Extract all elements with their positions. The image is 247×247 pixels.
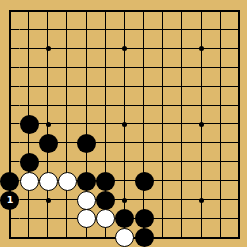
intersection[interactable] bbox=[115, 134, 134, 153]
intersection[interactable] bbox=[20, 134, 39, 153]
intersection[interactable] bbox=[115, 58, 134, 77]
go-board: 1 bbox=[0, 0, 247, 247]
white-stone bbox=[115, 228, 134, 247]
intersection[interactable] bbox=[154, 20, 173, 39]
intersection[interactable] bbox=[96, 172, 115, 191]
intersection[interactable] bbox=[115, 77, 134, 96]
intersection[interactable] bbox=[58, 134, 77, 153]
intersection[interactable] bbox=[0, 153, 19, 172]
hoshi-point bbox=[199, 46, 204, 51]
intersection[interactable] bbox=[211, 210, 230, 229]
intersection[interactable] bbox=[192, 115, 211, 134]
intersection[interactable] bbox=[77, 228, 96, 247]
intersection[interactable] bbox=[135, 39, 154, 58]
intersection[interactable] bbox=[0, 172, 19, 191]
intersection[interactable] bbox=[230, 39, 247, 58]
intersection[interactable] bbox=[115, 172, 134, 191]
intersection[interactable] bbox=[173, 228, 192, 247]
intersection[interactable] bbox=[96, 2, 115, 21]
white-stone bbox=[39, 172, 58, 191]
white-stone bbox=[77, 209, 96, 228]
intersection[interactable] bbox=[0, 2, 19, 21]
intersection[interactable] bbox=[173, 96, 192, 115]
intersection[interactable] bbox=[96, 39, 115, 58]
intersection[interactable] bbox=[154, 210, 173, 229]
intersection[interactable] bbox=[173, 134, 192, 153]
intersection[interactable] bbox=[96, 191, 115, 210]
intersection[interactable] bbox=[211, 153, 230, 172]
move-number-label: 1 bbox=[7, 195, 14, 205]
intersection[interactable] bbox=[77, 96, 96, 115]
white-stone bbox=[77, 191, 96, 210]
intersection[interactable] bbox=[96, 115, 115, 134]
intersection[interactable] bbox=[115, 153, 134, 172]
intersection[interactable] bbox=[154, 58, 173, 77]
black-stone bbox=[135, 209, 154, 228]
white-stone bbox=[58, 172, 77, 191]
intersection[interactable] bbox=[135, 191, 154, 210]
intersection[interactable] bbox=[154, 2, 173, 21]
intersection[interactable] bbox=[211, 96, 230, 115]
intersection[interactable] bbox=[173, 172, 192, 191]
intersection[interactable] bbox=[173, 39, 192, 58]
intersection[interactable] bbox=[20, 210, 39, 229]
intersection[interactable] bbox=[173, 20, 192, 39]
intersection[interactable] bbox=[39, 77, 58, 96]
intersection[interactable] bbox=[173, 2, 192, 21]
intersection[interactable] bbox=[58, 2, 77, 21]
intersection[interactable] bbox=[192, 96, 211, 115]
intersection[interactable] bbox=[77, 191, 96, 210]
intersection[interactable] bbox=[230, 134, 247, 153]
intersection[interactable] bbox=[58, 191, 77, 210]
intersection[interactable] bbox=[230, 210, 247, 229]
intersection[interactable] bbox=[115, 96, 134, 115]
black-stone bbox=[115, 209, 134, 228]
intersection[interactable] bbox=[115, 191, 134, 210]
intersection[interactable] bbox=[77, 77, 96, 96]
intersection[interactable] bbox=[192, 172, 211, 191]
intersection[interactable] bbox=[0, 228, 19, 247]
intersection[interactable] bbox=[77, 115, 96, 134]
intersection[interactable] bbox=[211, 39, 230, 58]
intersection[interactable] bbox=[154, 172, 173, 191]
intersection[interactable] bbox=[20, 228, 39, 247]
intersection[interactable] bbox=[230, 77, 247, 96]
intersection[interactable] bbox=[135, 228, 154, 247]
intersection[interactable] bbox=[77, 210, 96, 229]
intersection[interactable] bbox=[77, 153, 96, 172]
intersection[interactable] bbox=[20, 191, 39, 210]
hoshi-point bbox=[122, 198, 127, 203]
intersection[interactable] bbox=[192, 153, 211, 172]
intersection[interactable] bbox=[154, 134, 173, 153]
intersection[interactable] bbox=[58, 96, 77, 115]
intersection[interactable] bbox=[96, 134, 115, 153]
hoshi-point bbox=[199, 122, 204, 127]
black-stone: 1 bbox=[0, 191, 19, 210]
white-stone bbox=[20, 172, 39, 191]
intersection[interactable] bbox=[154, 228, 173, 247]
white-stone bbox=[96, 209, 115, 228]
intersection[interactable] bbox=[230, 228, 247, 247]
intersection[interactable] bbox=[135, 115, 154, 134]
intersection[interactable] bbox=[39, 153, 58, 172]
hoshi-point bbox=[46, 122, 51, 127]
intersection[interactable] bbox=[96, 210, 115, 229]
black-stone bbox=[135, 228, 154, 247]
intersection[interactable] bbox=[77, 20, 96, 39]
intersection[interactable] bbox=[192, 58, 211, 77]
intersection[interactable] bbox=[96, 77, 115, 96]
board-grid: 1 bbox=[0, 2, 247, 247]
intersection[interactable] bbox=[211, 2, 230, 21]
intersection[interactable] bbox=[115, 115, 134, 134]
intersection[interactable] bbox=[230, 191, 247, 210]
intersection[interactable] bbox=[0, 96, 19, 115]
intersection[interactable] bbox=[115, 2, 134, 21]
intersection[interactable] bbox=[39, 96, 58, 115]
intersection[interactable] bbox=[211, 20, 230, 39]
intersection[interactable] bbox=[58, 153, 77, 172]
intersection[interactable] bbox=[58, 115, 77, 134]
intersection[interactable] bbox=[0, 77, 19, 96]
intersection[interactable] bbox=[211, 77, 230, 96]
black-stone bbox=[39, 134, 58, 153]
intersection[interactable] bbox=[39, 134, 58, 153]
intersection[interactable] bbox=[20, 172, 39, 191]
intersection[interactable] bbox=[192, 77, 211, 96]
intersection[interactable] bbox=[173, 58, 192, 77]
black-stone bbox=[77, 172, 96, 191]
black-stone bbox=[20, 153, 39, 172]
intersection[interactable] bbox=[173, 210, 192, 229]
black-stone bbox=[96, 191, 115, 210]
intersection[interactable] bbox=[115, 210, 134, 229]
intersection[interactable] bbox=[230, 2, 247, 21]
intersection[interactable] bbox=[39, 191, 58, 210]
intersection[interactable] bbox=[58, 228, 77, 247]
intersection[interactable] bbox=[0, 20, 19, 39]
intersection[interactable] bbox=[39, 115, 58, 134]
intersection[interactable] bbox=[58, 172, 77, 191]
intersection[interactable] bbox=[115, 20, 134, 39]
intersection[interactable] bbox=[20, 39, 39, 58]
intersection[interactable] bbox=[211, 191, 230, 210]
intersection[interactable] bbox=[77, 58, 96, 77]
intersection[interactable] bbox=[58, 58, 77, 77]
intersection[interactable] bbox=[192, 2, 211, 21]
intersection[interactable] bbox=[20, 20, 39, 39]
intersection[interactable] bbox=[230, 58, 247, 77]
intersection[interactable] bbox=[173, 153, 192, 172]
intersection[interactable] bbox=[211, 58, 230, 77]
intersection[interactable] bbox=[230, 172, 247, 191]
intersection[interactable] bbox=[211, 115, 230, 134]
intersection[interactable] bbox=[211, 172, 230, 191]
hoshi-point bbox=[46, 46, 51, 51]
black-stone bbox=[135, 172, 154, 191]
intersection[interactable] bbox=[154, 191, 173, 210]
intersection[interactable] bbox=[39, 2, 58, 21]
intersection[interactable] bbox=[192, 228, 211, 247]
intersection[interactable]: 1 bbox=[0, 191, 19, 210]
intersection[interactable] bbox=[77, 2, 96, 21]
intersection[interactable] bbox=[173, 191, 192, 210]
intersection[interactable] bbox=[77, 172, 96, 191]
intersection[interactable] bbox=[154, 96, 173, 115]
intersection[interactable] bbox=[20, 153, 39, 172]
intersection[interactable] bbox=[20, 115, 39, 134]
intersection[interactable] bbox=[135, 77, 154, 96]
intersection[interactable] bbox=[96, 228, 115, 247]
intersection[interactable] bbox=[135, 96, 154, 115]
intersection[interactable] bbox=[39, 58, 58, 77]
intersection[interactable] bbox=[135, 153, 154, 172]
intersection[interactable] bbox=[154, 39, 173, 58]
intersection[interactable] bbox=[58, 39, 77, 58]
intersection[interactable] bbox=[20, 2, 39, 21]
black-stone bbox=[96, 172, 115, 191]
hoshi-point bbox=[122, 122, 127, 127]
hoshi-point bbox=[199, 198, 204, 203]
intersection[interactable] bbox=[192, 134, 211, 153]
intersection[interactable] bbox=[211, 134, 230, 153]
intersection[interactable] bbox=[39, 228, 58, 247]
intersection[interactable] bbox=[0, 134, 19, 153]
intersection[interactable] bbox=[0, 115, 19, 134]
intersection[interactable] bbox=[96, 153, 115, 172]
hoshi-point bbox=[46, 198, 51, 203]
intersection[interactable] bbox=[39, 210, 58, 229]
intersection[interactable] bbox=[135, 2, 154, 21]
intersection[interactable] bbox=[135, 134, 154, 153]
intersection[interactable] bbox=[154, 115, 173, 134]
intersection[interactable] bbox=[39, 39, 58, 58]
intersection[interactable] bbox=[192, 20, 211, 39]
intersection[interactable] bbox=[154, 77, 173, 96]
intersection[interactable] bbox=[20, 77, 39, 96]
intersection[interactable] bbox=[20, 96, 39, 115]
intersection[interactable] bbox=[154, 153, 173, 172]
intersection[interactable] bbox=[230, 20, 247, 39]
intersection[interactable] bbox=[230, 96, 247, 115]
hoshi-point bbox=[122, 46, 127, 51]
intersection[interactable] bbox=[135, 20, 154, 39]
intersection[interactable] bbox=[211, 228, 230, 247]
intersection[interactable] bbox=[192, 39, 211, 58]
black-stone bbox=[0, 172, 19, 191]
black-stone bbox=[77, 134, 96, 153]
intersection[interactable] bbox=[58, 77, 77, 96]
intersection[interactable] bbox=[0, 39, 19, 58]
intersection[interactable] bbox=[135, 58, 154, 77]
intersection[interactable] bbox=[0, 58, 19, 77]
intersection[interactable] bbox=[192, 191, 211, 210]
intersection[interactable] bbox=[173, 77, 192, 96]
intersection[interactable] bbox=[96, 58, 115, 77]
black-stone bbox=[20, 115, 39, 134]
intersection[interactable] bbox=[135, 172, 154, 191]
intersection[interactable] bbox=[39, 20, 58, 39]
intersection[interactable] bbox=[115, 39, 134, 58]
intersection[interactable] bbox=[58, 20, 77, 39]
intersection[interactable] bbox=[20, 58, 39, 77]
intersection[interactable] bbox=[230, 115, 247, 134]
intersection[interactable] bbox=[192, 210, 211, 229]
intersection[interactable] bbox=[39, 172, 58, 191]
intersection[interactable] bbox=[0, 210, 19, 229]
intersection[interactable] bbox=[173, 115, 192, 134]
intersection[interactable] bbox=[96, 96, 115, 115]
intersection[interactable] bbox=[230, 153, 247, 172]
intersection[interactable] bbox=[77, 39, 96, 58]
intersection[interactable] bbox=[115, 228, 134, 247]
intersection[interactable] bbox=[135, 210, 154, 229]
intersection[interactable] bbox=[96, 20, 115, 39]
intersection[interactable] bbox=[58, 210, 77, 229]
intersection[interactable] bbox=[77, 134, 96, 153]
